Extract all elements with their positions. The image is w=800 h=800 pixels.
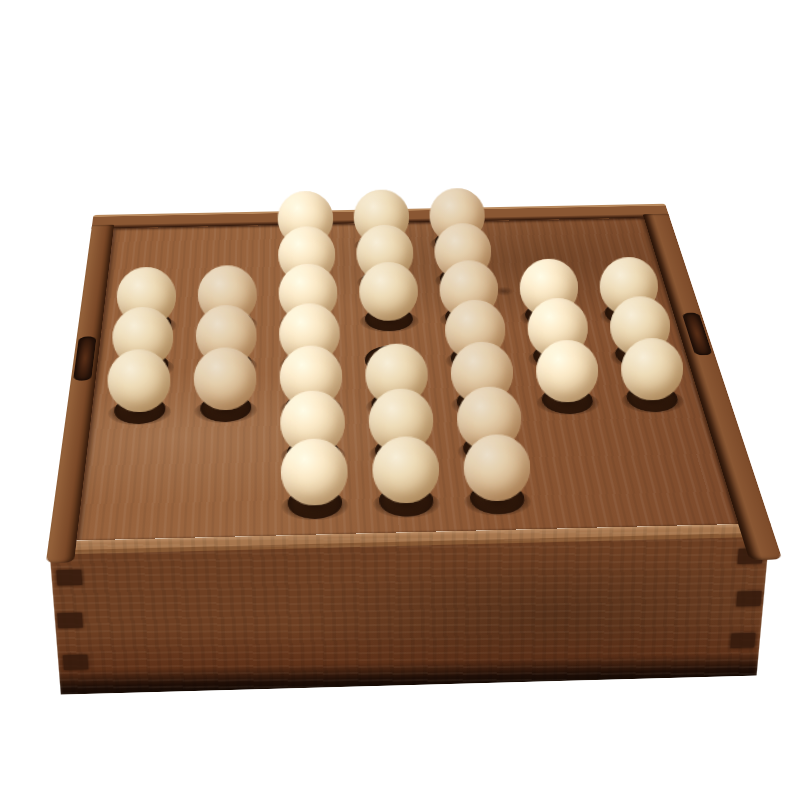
hole-r7c3: [269, 476, 362, 530]
box-front-panel: [49, 523, 771, 695]
peg-ball[interactable]: [620, 337, 683, 401]
sliding-lid-board: [77, 218, 738, 541]
hole-r7c5: [449, 472, 548, 526]
board-surface: [176, 478, 269, 532]
board-surface: [529, 422, 627, 472]
perspective-wrapper: [100, 213, 662, 773]
dovetail-joint: [63, 655, 89, 670]
hole-r3c4: [348, 298, 432, 340]
board-surface: [538, 469, 640, 523]
hole-r5c6: [521, 377, 616, 424]
board-surface: [114, 229, 193, 266]
product-photo-scene: [0, 0, 800, 800]
wooden-box: [56, 207, 763, 540]
box-top-face: [56, 207, 763, 540]
board-surface: [89, 432, 182, 483]
board-surface: [179, 430, 269, 481]
board-surface: [566, 220, 651, 257]
dovetail-joint: [56, 570, 82, 586]
board-surface: [627, 467, 731, 520]
dovetail-joint: [730, 633, 755, 648]
hole-r7c4: [359, 474, 455, 528]
board-surface: [492, 222, 575, 259]
hole-r5c7: [604, 375, 701, 422]
board-surface: [191, 228, 268, 265]
board-surface: [615, 420, 716, 470]
hole-r5c2: [182, 384, 269, 431]
peg-board: [83, 220, 732, 534]
dovetail-joint: [736, 591, 762, 607]
hole-r5c1: [94, 386, 184, 434]
board-surface: [83, 480, 179, 534]
dovetail-joint: [57, 613, 83, 629]
